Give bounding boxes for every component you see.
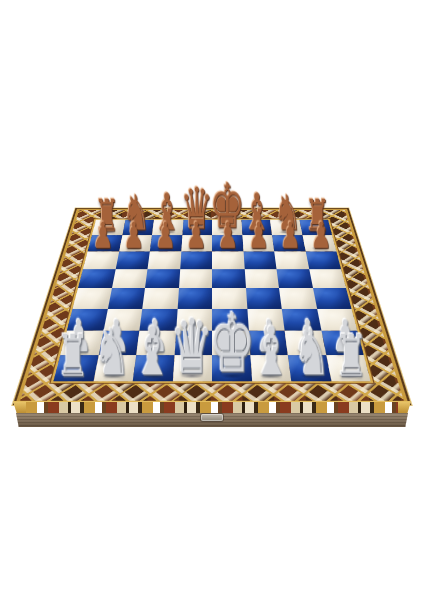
square-c7[interactable]: ♟ bbox=[150, 235, 182, 251]
square-d5[interactable] bbox=[179, 269, 213, 288]
square-a6[interactable] bbox=[83, 251, 119, 269]
square-d1[interactable]: ♛ bbox=[172, 355, 212, 381]
square-d7[interactable]: ♟ bbox=[181, 235, 212, 251]
square-f1[interactable]: ♝ bbox=[250, 355, 291, 381]
piece-copper-pawn-e7[interactable]: ♟ bbox=[217, 217, 238, 253]
square-g5[interactable] bbox=[277, 269, 313, 288]
square-g7[interactable]: ♟ bbox=[272, 235, 305, 251]
square-h1[interactable]: ♜ bbox=[326, 355, 371, 381]
square-b7[interactable]: ♟ bbox=[119, 235, 152, 251]
piece-silver-rook-h1[interactable]: ♜ bbox=[335, 326, 368, 384]
piece-silver-king-e1[interactable]: ♚ bbox=[209, 303, 256, 384]
square-a5[interactable] bbox=[78, 269, 115, 288]
square-e1[interactable]: ♚ bbox=[212, 355, 252, 381]
piece-copper-pawn-d7[interactable]: ♟ bbox=[186, 217, 207, 253]
piece-silver-bishop-f1[interactable]: ♝ bbox=[253, 318, 291, 385]
square-b5[interactable] bbox=[112, 269, 148, 288]
mosaic-marquetry-frame: ♜♞♝♛♚♝♞♜♟♟♟♟♟♟♟♟♟♟♟♟♟♟♟♟♜♞♝♛♚♝♞♜ bbox=[16, 209, 409, 404]
chess-board-tilted-plane: ♜♞♝♛♚♝♞♜♟♟♟♟♟♟♟♟♟♟♟♟♟♟♟♟♜♞♝♛♚♝♞♜ bbox=[16, 209, 409, 404]
chess-board-perspective: ♜♞♝♛♚♝♞♜♟♟♟♟♟♟♟♟♟♟♟♟♟♟♟♟♜♞♝♛♚♝♞♜ bbox=[52, 128, 372, 448]
piece-copper-pawn-g7[interactable]: ♟ bbox=[280, 217, 301, 253]
square-d6[interactable] bbox=[180, 251, 212, 269]
square-a1[interactable]: ♜ bbox=[53, 355, 98, 381]
square-e5[interactable] bbox=[212, 269, 246, 288]
piece-silver-bishop-c1[interactable]: ♝ bbox=[133, 318, 171, 385]
piece-silver-knight-g1[interactable]: ♞ bbox=[293, 321, 330, 385]
box-side-wood bbox=[16, 413, 408, 427]
piece-copper-pawn-a7[interactable]: ♟ bbox=[92, 217, 113, 253]
box-side-inlay-strip bbox=[13, 401, 411, 414]
square-c5[interactable] bbox=[145, 269, 180, 288]
square-f5[interactable] bbox=[244, 269, 279, 288]
square-e6[interactable] bbox=[212, 251, 244, 269]
square-b6[interactable] bbox=[115, 251, 150, 269]
piece-copper-pawn-f7[interactable]: ♟ bbox=[248, 217, 269, 253]
square-a7[interactable]: ♟ bbox=[88, 235, 122, 251]
square-h6[interactable] bbox=[305, 251, 341, 269]
square-h4[interactable] bbox=[313, 288, 352, 308]
piece-silver-rook-a1[interactable]: ♜ bbox=[56, 326, 89, 384]
piece-silver-queen-d1[interactable]: ♛ bbox=[170, 309, 213, 384]
square-f6[interactable] bbox=[243, 251, 276, 269]
square-f7[interactable]: ♟ bbox=[242, 235, 274, 251]
piece-silver-knight-b1[interactable]: ♞ bbox=[94, 321, 131, 385]
square-c1[interactable]: ♝ bbox=[133, 355, 174, 381]
square-g1[interactable]: ♞ bbox=[288, 355, 331, 381]
piece-copper-pawn-h7[interactable]: ♟ bbox=[311, 217, 332, 253]
square-c6[interactable] bbox=[147, 251, 180, 269]
square-a4[interactable] bbox=[73, 288, 112, 308]
square-g6[interactable] bbox=[274, 251, 309, 269]
square-e7[interactable]: ♟ bbox=[212, 235, 243, 251]
piece-copper-pawn-c7[interactable]: ♟ bbox=[155, 217, 176, 253]
hinge-clasp bbox=[201, 414, 223, 421]
square-h7[interactable]: ♟ bbox=[302, 235, 336, 251]
square-b4[interactable] bbox=[107, 288, 145, 308]
piece-copper-pawn-b7[interactable]: ♟ bbox=[124, 217, 145, 253]
square-b1[interactable]: ♞ bbox=[93, 355, 136, 381]
chess-set-photo: ♜♞♝♛♚♝♞♜♟♟♟♟♟♟♟♟♟♟♟♟♟♟♟♟♜♞♝♛♚♝♞♜ bbox=[0, 0, 424, 600]
square-h5[interactable] bbox=[309, 269, 346, 288]
square-g4[interactable] bbox=[279, 288, 317, 308]
chess-board: ♜♞♝♛♚♝♞♜♟♟♟♟♟♟♟♟♟♟♟♟♟♟♟♟♜♞♝♛♚♝♞♜ bbox=[51, 219, 374, 383]
